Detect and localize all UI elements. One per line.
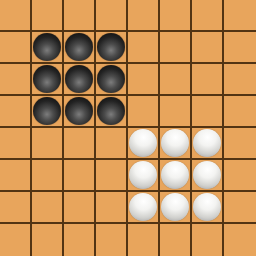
cell-r4c7[interactable] <box>192 96 224 128</box>
cell-r5c3[interactable] <box>64 128 96 160</box>
cell-r1c4[interactable] <box>96 0 128 32</box>
cell-r1c7[interactable] <box>192 0 224 32</box>
game-board <box>0 0 256 256</box>
cell-r2c3[interactable] <box>64 32 96 64</box>
white-stone <box>161 129 189 157</box>
white-stone <box>193 129 221 157</box>
white-stone <box>129 193 157 221</box>
cell-r7c6[interactable] <box>160 192 192 224</box>
cell-r3c2[interactable] <box>32 64 64 96</box>
cell-r6c5[interactable] <box>128 160 160 192</box>
cell-r7c5[interactable] <box>128 192 160 224</box>
cell-r4c6[interactable] <box>160 96 192 128</box>
black-stone <box>65 65 93 93</box>
cell-r1c5[interactable] <box>128 0 160 32</box>
cell-r2c8[interactable] <box>224 32 256 64</box>
cell-r2c7[interactable] <box>192 32 224 64</box>
cell-r2c5[interactable] <box>128 32 160 64</box>
cell-r3c7[interactable] <box>192 64 224 96</box>
cell-r8c2[interactable] <box>32 224 64 256</box>
cell-r1c2[interactable] <box>32 0 64 32</box>
cell-r7c4[interactable] <box>96 192 128 224</box>
black-stone <box>97 65 125 93</box>
cell-r4c5[interactable] <box>128 96 160 128</box>
white-stone <box>161 193 189 221</box>
white-stone <box>129 161 157 189</box>
black-stone <box>33 33 61 61</box>
cell-r7c2[interactable] <box>32 192 64 224</box>
cell-r8c6[interactable] <box>160 224 192 256</box>
cell-r4c2[interactable] <box>32 96 64 128</box>
white-stone <box>193 161 221 189</box>
cell-r6c6[interactable] <box>160 160 192 192</box>
cell-r4c8[interactable] <box>224 96 256 128</box>
black-stone <box>33 65 61 93</box>
cell-r2c2[interactable] <box>32 32 64 64</box>
black-stone <box>97 97 125 125</box>
cell-r3c6[interactable] <box>160 64 192 96</box>
black-stone <box>65 33 93 61</box>
cell-r3c5[interactable] <box>128 64 160 96</box>
cell-r8c1[interactable] <box>0 224 32 256</box>
cell-r2c4[interactable] <box>96 32 128 64</box>
cell-r1c6[interactable] <box>160 0 192 32</box>
cell-r3c8[interactable] <box>224 64 256 96</box>
cell-r5c4[interactable] <box>96 128 128 160</box>
cell-r7c1[interactable] <box>0 192 32 224</box>
cell-r8c4[interactable] <box>96 224 128 256</box>
cell-r5c5[interactable] <box>128 128 160 160</box>
cell-r5c6[interactable] <box>160 128 192 160</box>
cell-r7c8[interactable] <box>224 192 256 224</box>
cell-r5c8[interactable] <box>224 128 256 160</box>
cell-r4c1[interactable] <box>0 96 32 128</box>
cell-r6c7[interactable] <box>192 160 224 192</box>
cell-r6c3[interactable] <box>64 160 96 192</box>
white-stone <box>193 193 221 221</box>
cell-r3c4[interactable] <box>96 64 128 96</box>
cell-r4c4[interactable] <box>96 96 128 128</box>
cell-r1c1[interactable] <box>0 0 32 32</box>
white-stone <box>161 161 189 189</box>
cell-r8c5[interactable] <box>128 224 160 256</box>
white-stone <box>129 129 157 157</box>
cell-r3c1[interactable] <box>0 64 32 96</box>
cell-r7c7[interactable] <box>192 192 224 224</box>
black-stone <box>33 97 61 125</box>
cell-r6c2[interactable] <box>32 160 64 192</box>
cell-r8c7[interactable] <box>192 224 224 256</box>
black-stone <box>65 97 93 125</box>
cell-r2c1[interactable] <box>0 32 32 64</box>
cell-r7c3[interactable] <box>64 192 96 224</box>
cell-r4c3[interactable] <box>64 96 96 128</box>
cell-r2c6[interactable] <box>160 32 192 64</box>
cell-r6c4[interactable] <box>96 160 128 192</box>
cell-r1c3[interactable] <box>64 0 96 32</box>
cell-r3c3[interactable] <box>64 64 96 96</box>
cell-r5c7[interactable] <box>192 128 224 160</box>
black-stone <box>97 33 125 61</box>
cell-r1c8[interactable] <box>224 0 256 32</box>
cell-r5c2[interactable] <box>32 128 64 160</box>
cell-r6c1[interactable] <box>0 160 32 192</box>
cell-r6c8[interactable] <box>224 160 256 192</box>
cell-r5c1[interactable] <box>0 128 32 160</box>
cell-r8c3[interactable] <box>64 224 96 256</box>
cell-r8c8[interactable] <box>224 224 256 256</box>
